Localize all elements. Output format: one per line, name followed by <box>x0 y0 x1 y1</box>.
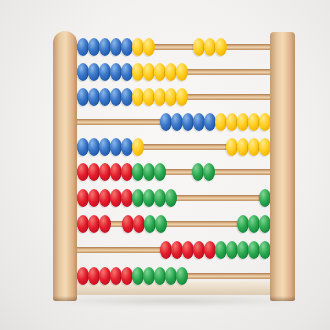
bead-rod2-10-Y[interactable] <box>176 63 188 81</box>
bead-rod1-7-Y[interactable] <box>143 38 155 56</box>
bead-rod7-9-G[interactable] <box>165 189 177 207</box>
bead-rod1-3-Y[interactable] <box>215 38 227 56</box>
bead-rod8-4-G[interactable] <box>155 215 167 233</box>
right-post-foot <box>270 296 295 301</box>
left-post <box>53 31 77 301</box>
bead-rod8-3-R[interactable] <box>99 215 111 233</box>
bead-rod6-2-G[interactable] <box>203 163 215 181</box>
right-post <box>270 32 295 301</box>
bead-rod10-10-G[interactable] <box>176 267 188 285</box>
left-post-foot <box>53 296 77 301</box>
bead-rod6-8-G[interactable] <box>154 163 166 181</box>
bead-rod5-6-Y[interactable] <box>132 138 144 156</box>
abacus-photo <box>0 0 330 330</box>
ground-shadow <box>48 296 300 306</box>
bead-rod3-10-Y[interactable] <box>176 88 188 106</box>
